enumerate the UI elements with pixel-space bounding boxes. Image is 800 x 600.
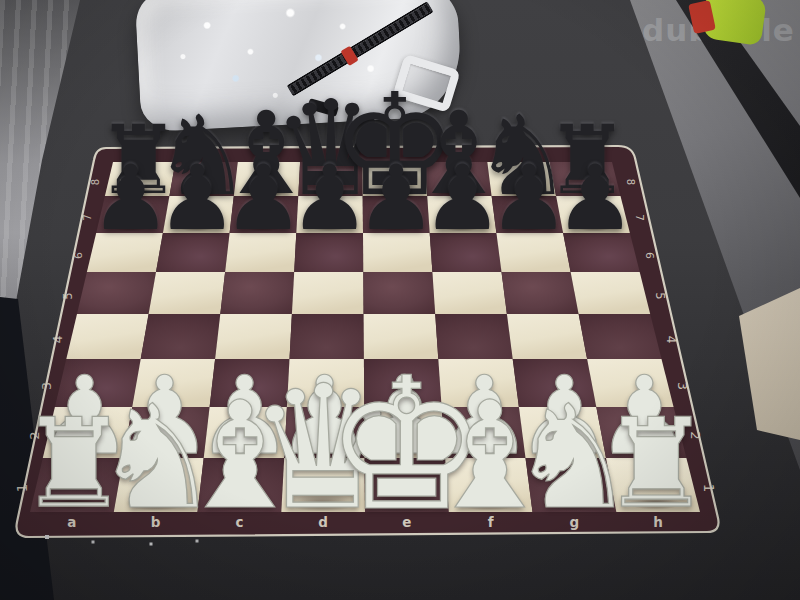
square-c7 — [230, 196, 299, 233]
square-g5 — [502, 272, 579, 314]
rank-label-left-8: 8 — [90, 179, 101, 185]
square-d6 — [294, 233, 363, 272]
square-c5 — [220, 272, 294, 314]
rank-label-left-7: 7 — [81, 214, 93, 221]
square-d7 — [296, 196, 363, 233]
rank-label-right-4: 4 — [664, 336, 678, 344]
square-f2 — [442, 407, 526, 458]
rank-label-right-8: 8 — [625, 179, 636, 185]
square-a4 — [66, 314, 148, 359]
square-g4 — [507, 314, 587, 359]
square-d3 — [287, 359, 364, 407]
rank-label-right-5: 5 — [653, 292, 667, 299]
file-label-top-g: g — [516, 150, 520, 158]
square-e6 — [363, 233, 432, 272]
square-h1 — [606, 458, 700, 512]
square-b4 — [141, 314, 221, 359]
rank-label-left-3: 3 — [39, 382, 54, 390]
file-label-top-h: h — [579, 150, 583, 158]
rank-label-left-5: 5 — [61, 292, 75, 299]
square-f3 — [438, 359, 519, 407]
square-e8 — [363, 162, 428, 196]
square-d4 — [290, 314, 364, 359]
rank-label-left-4: 4 — [51, 336, 65, 344]
square-e3 — [364, 359, 442, 407]
rank-label-left-6: 6 — [72, 252, 85, 259]
file-label-top-d: d — [329, 150, 333, 158]
square-d2 — [284, 407, 364, 458]
file-label-top-c: c — [267, 150, 271, 158]
square-b6 — [156, 233, 230, 272]
square-b2 — [123, 407, 209, 458]
square-e4 — [364, 314, 439, 359]
scene-photo: dubizzle aabbccddeeffgghh887766554433221… — [0, 0, 800, 600]
square-f8 — [425, 162, 492, 196]
square-g3 — [513, 359, 597, 407]
file-label-d: d — [318, 514, 328, 530]
square-f7 — [427, 196, 496, 233]
square-h6 — [563, 233, 640, 272]
square-g2 — [519, 407, 606, 458]
square-g7 — [492, 196, 563, 233]
file-label-top-e: e — [392, 150, 396, 158]
square-h2 — [596, 407, 686, 458]
square-d8 — [298, 162, 362, 196]
rank-label-right-6: 6 — [643, 252, 656, 259]
file-label-b: b — [151, 514, 161, 530]
square-a6 — [87, 233, 163, 272]
square-c1 — [198, 458, 285, 512]
file-label-top-b: b — [204, 150, 209, 158]
square-d5 — [292, 272, 364, 314]
square-g6 — [496, 233, 570, 272]
file-label-g: g — [570, 514, 580, 530]
square-g8 — [487, 162, 556, 196]
square-f4 — [435, 314, 513, 359]
file-label-f: f — [488, 514, 494, 530]
square-h4 — [579, 314, 662, 359]
square-h5 — [571, 272, 651, 314]
rank-label-right-1: 1 — [701, 484, 717, 493]
rank-label-left-1: 1 — [14, 484, 30, 493]
square-a7 — [96, 196, 169, 233]
square-b7 — [163, 196, 234, 233]
square-b3 — [132, 359, 215, 407]
square-e7 — [363, 196, 430, 233]
square-a8 — [105, 162, 175, 196]
square-c6 — [225, 233, 296, 272]
rank-label-left-2: 2 — [27, 431, 42, 439]
dust-specks — [0, 0, 2, 2]
square-c2 — [204, 407, 287, 458]
square-b5 — [149, 272, 226, 314]
rank-label-right-3: 3 — [675, 382, 690, 390]
square-f1 — [445, 458, 532, 512]
file-label-h: h — [653, 514, 663, 530]
square-h3 — [587, 359, 674, 407]
square-d1 — [281, 458, 365, 512]
file-label-e: e — [402, 514, 411, 530]
square-h8 — [550, 162, 621, 196]
square-b1 — [114, 458, 204, 512]
file-label-top-a: a — [142, 150, 146, 158]
rank-label-right-2: 2 — [688, 431, 703, 439]
rank-label-right-7: 7 — [634, 214, 646, 221]
square-g1 — [526, 458, 617, 512]
file-label-a: a — [67, 514, 76, 530]
square-f5 — [432, 272, 507, 314]
square-e2 — [364, 407, 445, 458]
square-c4 — [215, 314, 292, 359]
square-a1 — [30, 458, 123, 512]
square-a5 — [77, 272, 156, 314]
square-a2 — [43, 407, 132, 458]
square-e1 — [365, 458, 449, 512]
square-h7 — [556, 196, 630, 233]
square-f6 — [430, 233, 502, 272]
square-e5 — [363, 272, 435, 314]
square-a3 — [55, 359, 141, 407]
chess-board: aabbccddeeffgghh8877665544332211 — [0, 0, 800, 600]
square-b8 — [169, 162, 237, 196]
square-c8 — [234, 162, 300, 196]
square-c3 — [210, 359, 290, 407]
file-label-c: c — [235, 514, 243, 530]
